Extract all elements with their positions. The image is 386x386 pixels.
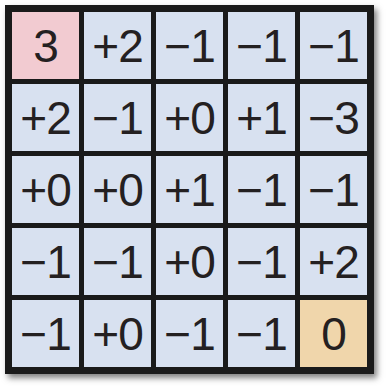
cell-r4c2[interactable]: −1 — [156, 300, 223, 367]
cell-r3c1[interactable]: −1 — [84, 228, 151, 295]
maze-board: 3 +2 −1 −1 −1 +2 −1 +0 +1 −3 +0 +0 +1 −1… — [5, 5, 374, 374]
cell-r2c0[interactable]: +0 — [12, 156, 79, 223]
cell-r0c0-start[interactable]: 3 — [12, 12, 79, 79]
cell-r1c0[interactable]: +2 — [12, 84, 79, 151]
cell-r1c1[interactable]: −1 — [84, 84, 151, 151]
cell-r4c1[interactable]: +0 — [84, 300, 151, 367]
cell-r2c1[interactable]: +0 — [84, 156, 151, 223]
cell-r3c0[interactable]: −1 — [12, 228, 79, 295]
cell-r0c2[interactable]: −1 — [156, 12, 223, 79]
cell-r4c4-goal[interactable]: 0 — [300, 300, 367, 367]
cell-r3c2[interactable]: +0 — [156, 228, 223, 295]
cell-r0c4[interactable]: −1 — [300, 12, 367, 79]
cell-r2c4[interactable]: −1 — [300, 156, 367, 223]
cell-r3c4[interactable]: +2 — [300, 228, 367, 295]
cell-r4c0[interactable]: −1 — [12, 300, 79, 367]
cell-r1c4[interactable]: −3 — [300, 84, 367, 151]
cell-r3c3[interactable]: −1 — [228, 228, 295, 295]
cell-r2c3[interactable]: −1 — [228, 156, 295, 223]
puzzle-canvas: 3 +2 −1 −1 −1 +2 −1 +0 +1 −3 +0 +0 +1 −1… — [0, 0, 386, 386]
cell-r1c3[interactable]: +1 — [228, 84, 295, 151]
cell-r0c3[interactable]: −1 — [228, 12, 295, 79]
cell-r0c1[interactable]: +2 — [84, 12, 151, 79]
cell-r2c2[interactable]: +1 — [156, 156, 223, 223]
cell-r4c3[interactable]: −1 — [228, 300, 295, 367]
cell-r1c2[interactable]: +0 — [156, 84, 223, 151]
